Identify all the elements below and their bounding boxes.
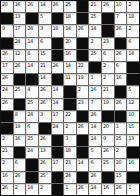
cell-code-number: 25: [15, 86, 20, 92]
block-cell-r13c2: [26, 159, 38, 170]
block-cell-r14c10: [127, 172, 139, 183]
cell-code-number: 6: [90, 159, 93, 165]
cell-r4c3[interactable]: 15: [39, 50, 51, 61]
block-cell-r10c0: [1, 123, 13, 134]
cell-r3c7[interactable]: 2: [89, 38, 101, 49]
cell-r8c0[interactable]: 26: [1, 99, 13, 110]
cell-code-number: 26: [116, 99, 121, 105]
cell-code-number: 10: [128, 111, 133, 117]
cell-r2c3[interactable]: 3: [39, 25, 51, 36]
cell-r7c0[interactable]: 24: [1, 86, 13, 97]
cell-r15c9[interactable]: 26: [115, 184, 127, 195]
cell-r2c0[interactable]: 9: [1, 25, 13, 36]
cell-r4c8[interactable]: 6: [102, 50, 114, 61]
cell-code-number: 2: [116, 147, 119, 153]
cell-r0c7[interactable]: 21: [89, 1, 101, 12]
cell-r9c3[interactable]: 3: [39, 111, 51, 122]
cell-r10c8[interactable]: 20: [102, 123, 114, 134]
cell-code-number: 14: [90, 123, 95, 129]
cell-r0c2[interactable]: 26: [26, 1, 38, 12]
block-cell-r6c1: [14, 74, 26, 85]
cell-r2c10[interactable]: 2: [127, 25, 139, 36]
cell-code-number: 26: [2, 99, 7, 105]
cell-code-number: 24: [27, 25, 32, 31]
cell-r1c10[interactable]: 18: [127, 13, 139, 24]
cell-r7c1[interactable]: 25: [14, 86, 26, 97]
cell-r15c10[interactable]: 1: [127, 184, 139, 195]
cell-r9c4[interactable]: 17: [52, 111, 64, 122]
block-cell-r6c4: [52, 74, 64, 85]
cell-r12c9[interactable]: 2: [115, 147, 127, 158]
cell-code-number: 5: [128, 86, 131, 92]
cell-r7c2[interactable]: 4: [26, 86, 38, 97]
cell-r11c3[interactable]: 26: [39, 135, 51, 146]
cell-code-number: 24: [27, 147, 32, 153]
cell-r11c0[interactable]: 2: [1, 135, 13, 146]
cell-code-number: 25: [27, 99, 32, 105]
cell-code-number: 24: [27, 111, 32, 117]
cell-code-number: 26: [53, 62, 58, 68]
cell-code-number: 25: [116, 135, 121, 141]
cell-code-number: 16: [15, 135, 20, 141]
cell-r5c6[interactable]: 22: [77, 62, 89, 73]
block-cell-r3c9: [115, 38, 127, 49]
cell-code-number: 9: [103, 135, 106, 141]
cell-code-number: 16: [15, 1, 20, 7]
block-cell-r9c9: [115, 111, 127, 122]
cell-code-number: 21: [40, 62, 45, 68]
cell-code-number: 26: [116, 50, 121, 56]
cell-r0c10[interactable]: 2: [127, 1, 139, 12]
cell-code-number: 14: [40, 1, 45, 7]
cell-r15c3[interactable]: 2: [39, 184, 51, 195]
cell-r13c4[interactable]: 17: [52, 159, 64, 170]
cell-r6c3[interactable]: 14: [39, 74, 51, 85]
cell-code-number: 13: [128, 135, 133, 141]
cell-code-number: 20: [65, 38, 70, 44]
block-cell-r9c0: [1, 111, 13, 122]
cell-r14c0[interactable]: 16: [1, 172, 13, 183]
cell-code-number: 26: [2, 74, 7, 80]
cell-r2c6[interactable]: 26: [77, 25, 89, 36]
cell-code-number: 16: [2, 172, 7, 178]
cell-code-number: 14: [27, 62, 32, 68]
cell-code-number: 26: [103, 1, 108, 7]
cell-code-number: 3: [40, 25, 43, 31]
cell-r11c7[interactable]: 14: [89, 135, 101, 146]
cell-r8c7[interactable]: 7: [89, 99, 101, 110]
block-cell-r14c6: [77, 172, 89, 183]
cell-r7c3[interactable]: 26: [39, 86, 51, 97]
block-cell-r14c4: [52, 172, 64, 183]
block-cell-r12c1: [14, 147, 26, 158]
cell-r10c9[interactable]: 1: [115, 123, 127, 134]
cell-code-number: 26: [2, 50, 7, 56]
cell-code-number: 3: [65, 135, 68, 141]
cell-code-number: 25: [90, 50, 95, 56]
cell-code-number: 8: [15, 111, 18, 117]
cell-r0c0[interactable]: 20: [1, 1, 13, 12]
cell-r15c7[interactable]: 14: [89, 184, 101, 195]
cell-r15c1[interactable]: 2: [14, 184, 26, 195]
cell-code-number: 26: [40, 86, 45, 92]
cell-r2c9[interactable]: 26: [115, 25, 127, 36]
cell-code-number: 13: [40, 147, 45, 153]
cell-r6c5[interactable]: 11: [64, 74, 76, 85]
cell-r14c9[interactable]: 15: [115, 172, 127, 183]
cell-r4c5[interactable]: 16: [64, 50, 76, 61]
cell-r9c5[interactable]: 22: [64, 111, 76, 122]
block-cell-r6c10: [127, 74, 139, 85]
cell-r14c1[interactable]: 26: [14, 172, 26, 183]
cell-r15c6[interactable]: 26: [77, 184, 89, 195]
block-cell-r8c1: [14, 99, 26, 110]
cell-code-number: 20: [103, 123, 108, 129]
cell-code-number: 26: [78, 25, 83, 31]
cell-code-number: 1: [128, 184, 131, 190]
cell-code-number: 2: [90, 38, 93, 44]
cell-code-number: 19: [103, 99, 108, 105]
cell-r5c3[interactable]: 21: [39, 62, 51, 73]
cell-code-number: 5: [90, 147, 93, 153]
cell-r7c6[interactable]: 2: [77, 86, 89, 97]
cell-code-number: 6: [27, 123, 30, 129]
block-cell-r0c6: [77, 1, 89, 12]
cell-r0c1[interactable]: 16: [14, 1, 26, 12]
cell-code-number: 14: [90, 184, 95, 190]
cell-code-number: 14: [27, 184, 32, 190]
cell-code-number: 26: [40, 135, 45, 141]
block-cell-r7c9: [115, 86, 127, 97]
cell-r5c8[interactable]: 2: [102, 62, 114, 73]
cell-r15c2[interactable]: 14: [26, 184, 38, 195]
cell-code-number: 25: [40, 172, 45, 178]
cell-code-number: 14: [90, 135, 95, 141]
block-cell-r11c6: [77, 135, 89, 146]
cell-r13c3[interactable]: 26: [39, 159, 51, 170]
block-cell-r9c6: [77, 111, 89, 122]
cell-r6c0[interactable]: 26: [1, 74, 13, 85]
cell-r13c6[interactable]: 14: [77, 159, 89, 170]
cell-r13c9[interactable]: 20: [115, 159, 127, 170]
cell-r13c7[interactable]: 6: [89, 159, 101, 170]
cell-r4c7[interactable]: 25: [89, 50, 101, 61]
block-cell-r11c4: [52, 135, 64, 146]
cell-r8c2[interactable]: 25: [26, 99, 38, 110]
cell-code-number: 2: [103, 62, 106, 68]
cell-code-number: 2: [15, 184, 18, 190]
cell-r14c5[interactable]: 24: [64, 172, 76, 183]
cell-code-number: 14: [128, 50, 133, 56]
cell-r15c5[interactable]: 1: [64, 184, 76, 195]
block-cell-r6c2: [26, 74, 38, 85]
cell-r0c4[interactable]: 26: [52, 1, 64, 12]
cell-r7c7[interactable]: 16: [89, 86, 101, 97]
block-cell-r2c8: [102, 25, 114, 36]
cell-r9c2[interactable]: 24: [26, 111, 38, 122]
cell-code-number: 26: [53, 1, 58, 7]
cell-r3c2[interactable]: 14: [26, 38, 38, 49]
cell-code-number: 20: [2, 1, 7, 7]
cell-code-number: 11: [65, 74, 70, 80]
cell-code-number: 26: [78, 184, 83, 190]
cell-code-number: 16: [65, 50, 70, 56]
block-cell-r1c8: [102, 13, 114, 24]
block-cell-r7c5: [64, 86, 76, 97]
cell-r7c4[interactable]: 14: [52, 86, 64, 97]
block-cell-r15c4: [52, 184, 64, 195]
cell-r9c1[interactable]: 8: [14, 111, 26, 122]
cell-r5c5[interactable]: 14: [64, 62, 76, 73]
block-cell-r1c6: [77, 13, 89, 24]
cell-code-number: 25: [90, 13, 95, 19]
cell-code-number: 1: [65, 184, 68, 190]
codeword-grid: 2016261426252126102135182571891724318142…: [0, 0, 140, 196]
cell-code-number: 17: [53, 159, 58, 165]
cell-r13c5[interactable]: 23: [64, 159, 76, 170]
cell-code-number: 26: [27, 1, 32, 7]
cell-code-number: 23: [78, 99, 83, 105]
cell-code-number: 14: [65, 25, 70, 31]
cell-r8c9[interactable]: 26: [115, 99, 127, 110]
block-cell-r9c8: [102, 111, 114, 122]
cell-r4c1[interactable]: 12: [14, 50, 26, 61]
cell-r0c5[interactable]: 25: [64, 1, 76, 12]
cell-code-number: 14: [65, 62, 70, 68]
cell-code-number: 14: [53, 99, 58, 105]
cell-r13c1[interactable]: 6: [14, 159, 26, 170]
cell-r8c4[interactable]: 14: [52, 99, 64, 110]
cell-r10c2[interactable]: 6: [26, 123, 38, 134]
cell-r0c8[interactable]: 26: [102, 1, 114, 12]
cell-r2c7[interactable]: 14: [89, 25, 101, 36]
cell-r7c8[interactable]: 21: [102, 86, 114, 97]
cell-r11c2[interactable]: 25: [26, 135, 38, 146]
cell-code-number: 21: [2, 147, 7, 153]
cell-r0c3[interactable]: 14: [39, 1, 51, 12]
cell-code-number: 20: [116, 159, 121, 165]
cell-r12c0[interactable]: 21: [1, 147, 13, 158]
cell-code-number: 2: [2, 159, 5, 165]
cell-code-number: 18: [65, 13, 70, 19]
cell-code-number: 25: [103, 159, 108, 165]
cell-r4c10[interactable]: 14: [127, 50, 139, 61]
cell-code-number: 25: [65, 1, 70, 7]
cell-r0c9[interactable]: 10: [115, 1, 127, 12]
cell-code-number: 26: [116, 184, 121, 190]
cell-code-number: 26: [103, 147, 108, 153]
cell-r4c2[interactable]: 8: [26, 50, 38, 61]
cell-code-number: 21: [103, 86, 108, 92]
cell-code-number: 6: [40, 38, 43, 44]
cell-r6c6[interactable]: 19: [77, 74, 89, 85]
cell-code-number: 18: [53, 25, 58, 31]
cell-code-number: 14: [27, 38, 32, 44]
cell-code-number: 21: [90, 1, 95, 7]
cell-code-number: 26: [40, 159, 45, 165]
cell-r2c4[interactable]: 18: [52, 25, 64, 36]
cell-code-number: 1: [116, 123, 119, 129]
cell-r13c0[interactable]: 2: [1, 159, 13, 170]
cell-r3c1[interactable]: 24: [14, 38, 26, 49]
cell-code-number: 16: [128, 159, 133, 165]
cell-code-number: 15: [128, 123, 133, 129]
cell-code-number: 18: [128, 13, 133, 19]
cell-r11c8[interactable]: 9: [102, 135, 114, 146]
cell-r1c5[interactable]: 18: [64, 13, 76, 24]
cell-code-number: 24: [15, 38, 20, 44]
cell-r12c3[interactable]: 13: [39, 147, 51, 158]
cell-r6c8[interactable]: 2: [102, 74, 114, 85]
cell-code-number: 6: [103, 50, 106, 56]
cell-code-number: 2: [40, 184, 43, 190]
cell-r2c2[interactable]: 24: [26, 25, 38, 36]
cell-r11c10[interactable]: 13: [127, 135, 139, 146]
block-cell-r1c4: [52, 13, 64, 24]
cell-code-number: 19: [78, 74, 83, 80]
cell-r3c10[interactable]: 6: [127, 38, 139, 49]
cell-code-number: 24: [53, 123, 58, 129]
cell-r10c7[interactable]: 14: [89, 123, 101, 134]
cell-r13c10[interactable]: 16: [127, 159, 139, 170]
cell-code-number: 1: [90, 74, 93, 80]
block-cell-r1c2: [26, 13, 38, 24]
cell-r1c1[interactable]: 13: [14, 13, 26, 24]
cell-code-number: 24: [2, 86, 7, 92]
cell-r12c2[interactable]: 24: [26, 147, 38, 158]
cell-r1c9[interactable]: 7: [115, 13, 127, 24]
block-cell-r3c0: [1, 38, 13, 49]
cell-r6c7[interactable]: 1: [89, 74, 101, 85]
cell-r3c8[interactable]: 23: [102, 38, 114, 49]
cell-code-number: 26: [2, 184, 7, 190]
cell-r14c3[interactable]: 25: [39, 172, 51, 183]
cell-code-number: 2: [103, 74, 106, 80]
cell-r8c8[interactable]: 19: [102, 99, 114, 110]
cell-code-number: 26: [90, 111, 95, 117]
cell-r11c5[interactable]: 3: [64, 135, 76, 146]
cell-r14c7[interactable]: 26: [89, 172, 101, 183]
cell-r4c0[interactable]: 26: [1, 50, 13, 61]
cell-code-number: 2: [65, 123, 68, 129]
cell-r3c5[interactable]: 20: [64, 38, 76, 49]
cell-code-number: 23: [65, 159, 70, 165]
block-cell-r5c7: [89, 62, 101, 73]
block-cell-r1c0: [1, 13, 13, 24]
cell-r3c3[interactable]: 6: [39, 38, 51, 49]
cell-code-number: 23: [103, 38, 108, 44]
cell-code-number: 13: [15, 13, 20, 19]
cell-r6c9[interactable]: 16: [115, 74, 127, 85]
cell-code-number: 14: [53, 86, 58, 92]
cell-r1c3[interactable]: 5: [39, 13, 51, 24]
cell-code-number: 19: [15, 123, 20, 129]
cell-r2c1[interactable]: 17: [14, 25, 26, 36]
block-cell-r12c6: [77, 147, 89, 158]
cell-r8c6[interactable]: 23: [77, 99, 89, 110]
cell-r9c10[interactable]: 10: [127, 111, 139, 122]
cell-code-number: 26: [78, 123, 83, 129]
cell-code-number: 6: [116, 62, 119, 68]
cell-code-number: 15: [116, 172, 121, 178]
cell-r10c4[interactable]: 24: [52, 123, 64, 134]
cell-r2c5[interactable]: 14: [64, 25, 76, 36]
cell-r15c8[interactable]: 16: [102, 184, 114, 195]
cell-r10c10[interactable]: 15: [127, 123, 139, 134]
cell-code-number: 22: [78, 62, 83, 68]
cell-code-number: 3: [40, 111, 43, 117]
cell-r5c2[interactable]: 14: [26, 62, 38, 73]
cell-r1c7[interactable]: 25: [89, 13, 101, 24]
cell-code-number: 25: [27, 135, 32, 141]
cell-r7c10[interactable]: 5: [127, 86, 139, 97]
cell-code-number: 12: [15, 50, 20, 56]
cell-code-number: 14: [40, 74, 45, 80]
block-cell-r5c10: [127, 62, 139, 73]
cell-code-number: 12: [128, 99, 133, 105]
cell-code-number: 26: [90, 172, 95, 178]
cell-r5c4[interactable]: 26: [52, 62, 64, 73]
cell-r5c1[interactable]: 26: [14, 62, 26, 73]
cell-r8c3[interactable]: 26: [39, 99, 51, 110]
cell-code-number: 24: [65, 172, 70, 178]
cell-r10c6[interactable]: 26: [77, 123, 89, 134]
block-cell-r10c3: [39, 123, 51, 134]
cell-code-number: 16: [103, 184, 108, 190]
cell-r5c9[interactable]: 6: [115, 62, 127, 73]
cell-r4c9[interactable]: 26: [115, 50, 127, 61]
cell-r12c5[interactable]: 18: [64, 147, 76, 158]
block-cell-r12c4: [52, 147, 64, 158]
cell-code-number: 7: [116, 13, 119, 19]
block-cell-r4c4: [52, 50, 64, 61]
cell-r5c0[interactable]: 17: [1, 62, 13, 73]
cell-r11c1[interactable]: 16: [14, 135, 26, 146]
cell-code-number: 22: [65, 111, 70, 117]
cell-code-number: 8: [27, 50, 30, 56]
cell-code-number: 18: [65, 147, 70, 153]
cell-code-number: 26: [40, 99, 45, 105]
cell-code-number: 6: [15, 159, 18, 165]
cell-r12c7[interactable]: 5: [89, 147, 101, 158]
cell-r13c8[interactable]: 25: [102, 159, 114, 170]
cell-code-number: 15: [40, 50, 45, 56]
cell-r11c9[interactable]: 25: [115, 135, 127, 146]
cell-r8c10[interactable]: 12: [127, 99, 139, 110]
cell-r9c7[interactable]: 26: [89, 111, 101, 122]
block-cell-r3c4: [52, 38, 64, 49]
cell-code-number: 5: [40, 13, 43, 19]
cell-r10c5[interactable]: 2: [64, 123, 76, 134]
block-cell-r14c8: [102, 172, 114, 183]
cell-code-number: 4: [27, 86, 30, 92]
cell-code-number: 2: [78, 86, 81, 92]
cell-code-number: 14: [78, 159, 83, 165]
cell-code-number: 17: [2, 62, 7, 68]
cell-r15c0[interactable]: 26: [1, 184, 13, 195]
cell-code-number: 26: [116, 25, 121, 31]
block-cell-r8c5: [64, 99, 76, 110]
cell-code-number: 17: [53, 111, 58, 117]
block-cell-r14c2: [26, 172, 38, 183]
cell-r12c8[interactable]: 26: [102, 147, 114, 158]
cell-code-number: 16: [90, 86, 95, 92]
cell-r10c1[interactable]: 19: [14, 123, 26, 134]
cell-code-number: 2: [128, 1, 131, 7]
cell-code-number: 10: [116, 1, 121, 7]
cell-code-number: 6: [128, 38, 131, 44]
block-cell-r4c6: [77, 50, 89, 61]
